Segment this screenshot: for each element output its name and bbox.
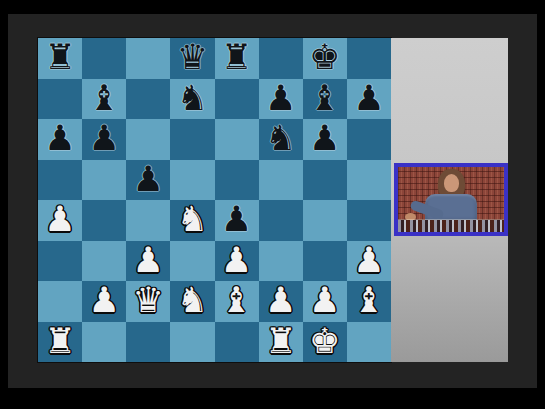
square-c2[interactable]: ♛ bbox=[126, 281, 170, 322]
piece-white-queen: ♛ bbox=[133, 281, 164, 320]
square-h1[interactable] bbox=[347, 322, 391, 363]
square-b4[interactable] bbox=[82, 200, 126, 241]
presenter-video bbox=[394, 163, 508, 236]
square-c3[interactable]: ♟ bbox=[126, 241, 170, 282]
square-h6[interactable] bbox=[347, 119, 391, 160]
square-d2[interactable]: ♞ bbox=[170, 281, 214, 322]
piece-white-pawn: ♟ bbox=[133, 241, 164, 280]
square-h7[interactable]: ♟ bbox=[347, 79, 391, 120]
letterbox-left bbox=[0, 0, 8, 409]
square-f2[interactable]: ♟ bbox=[259, 281, 303, 322]
piece-black-pawn: ♟ bbox=[133, 160, 164, 199]
square-c8[interactable] bbox=[126, 38, 170, 79]
square-f7[interactable]: ♟ bbox=[259, 79, 303, 120]
square-e5[interactable] bbox=[215, 160, 259, 201]
piece-white-rook: ♜ bbox=[265, 322, 296, 361]
square-b6[interactable]: ♟ bbox=[82, 119, 126, 160]
square-g7[interactable]: ♝ bbox=[303, 79, 347, 120]
square-f8[interactable] bbox=[259, 38, 303, 79]
square-d3[interactable] bbox=[170, 241, 214, 282]
piece-white-pawn: ♟ bbox=[309, 281, 340, 320]
piece-black-queen: ♛ bbox=[177, 38, 208, 77]
square-h5[interactable] bbox=[347, 160, 391, 201]
square-a3[interactable] bbox=[38, 241, 82, 282]
square-d8[interactable]: ♛ bbox=[170, 38, 214, 79]
piece-white-bishop: ♝ bbox=[221, 281, 252, 320]
piece-black-rook: ♜ bbox=[44, 38, 75, 77]
piece-black-bishop: ♝ bbox=[88, 79, 119, 118]
square-h2[interactable]: ♝ bbox=[347, 281, 391, 322]
piece-white-pawn: ♟ bbox=[265, 281, 296, 320]
square-c1[interactable] bbox=[126, 322, 170, 363]
piece-white-knight: ♞ bbox=[177, 281, 208, 320]
piece-black-pawn: ♟ bbox=[265, 79, 296, 118]
square-f3[interactable] bbox=[259, 241, 303, 282]
square-d5[interactable] bbox=[170, 160, 214, 201]
square-f1[interactable]: ♜ bbox=[259, 322, 303, 363]
square-g5[interactable] bbox=[303, 160, 347, 201]
piece-black-rook: ♜ bbox=[221, 38, 252, 77]
square-h3[interactable]: ♟ bbox=[347, 241, 391, 282]
square-h8[interactable] bbox=[347, 38, 391, 79]
square-g8[interactable]: ♚ bbox=[303, 38, 347, 79]
square-f5[interactable] bbox=[259, 160, 303, 201]
square-c6[interactable] bbox=[126, 119, 170, 160]
piece-white-pawn: ♟ bbox=[353, 241, 384, 280]
square-a7[interactable] bbox=[38, 79, 82, 120]
square-d6[interactable] bbox=[170, 119, 214, 160]
square-b7[interactable]: ♝ bbox=[82, 79, 126, 120]
square-b3[interactable] bbox=[82, 241, 126, 282]
piece-white-pawn: ♟ bbox=[88, 281, 119, 320]
chess-pieces-strip bbox=[398, 220, 504, 232]
video-frame: ♜♛♜♚♝♞♟♝♟♟♟♞♟♟♟♞♟♟♟♟♟♛♞♝♟♟♝♜♜♚ bbox=[0, 0, 545, 409]
square-g1[interactable]: ♚ bbox=[303, 322, 347, 363]
piece-black-king: ♚ bbox=[309, 38, 340, 77]
square-c4[interactable] bbox=[126, 200, 170, 241]
square-e8[interactable]: ♜ bbox=[215, 38, 259, 79]
piece-white-king: ♚ bbox=[309, 322, 340, 361]
square-e6[interactable] bbox=[215, 119, 259, 160]
presenter-face bbox=[444, 174, 459, 192]
square-f6[interactable]: ♞ bbox=[259, 119, 303, 160]
piece-black-pawn: ♟ bbox=[309, 119, 340, 158]
letterbox-right bbox=[537, 0, 545, 409]
piece-white-rook: ♜ bbox=[44, 322, 75, 361]
square-g3[interactable] bbox=[303, 241, 347, 282]
square-f4[interactable] bbox=[259, 200, 303, 241]
square-a2[interactable] bbox=[38, 281, 82, 322]
piece-black-pawn: ♟ bbox=[353, 79, 384, 118]
square-b1[interactable] bbox=[82, 322, 126, 363]
square-e4[interactable]: ♟ bbox=[215, 200, 259, 241]
piece-black-pawn: ♟ bbox=[88, 119, 119, 158]
square-e2[interactable]: ♝ bbox=[215, 281, 259, 322]
piece-black-knight: ♞ bbox=[265, 119, 296, 158]
square-a8[interactable]: ♜ bbox=[38, 38, 82, 79]
square-a6[interactable]: ♟ bbox=[38, 119, 82, 160]
piece-black-pawn: ♟ bbox=[221, 200, 252, 239]
piece-black-bishop: ♝ bbox=[309, 79, 340, 118]
piece-white-knight: ♞ bbox=[177, 200, 208, 239]
square-h4[interactable] bbox=[347, 200, 391, 241]
square-e1[interactable] bbox=[215, 322, 259, 363]
square-b5[interactable] bbox=[82, 160, 126, 201]
square-b2[interactable]: ♟ bbox=[82, 281, 126, 322]
square-d4[interactable]: ♞ bbox=[170, 200, 214, 241]
square-g4[interactable] bbox=[303, 200, 347, 241]
square-g6[interactable]: ♟ bbox=[303, 119, 347, 160]
square-a4[interactable]: ♟ bbox=[38, 200, 82, 241]
square-d1[interactable] bbox=[170, 322, 214, 363]
square-e3[interactable]: ♟ bbox=[215, 241, 259, 282]
square-g2[interactable]: ♟ bbox=[303, 281, 347, 322]
letterbox-top bbox=[0, 0, 545, 14]
square-b8[interactable] bbox=[82, 38, 126, 79]
piece-white-pawn: ♟ bbox=[44, 200, 75, 239]
piece-black-pawn: ♟ bbox=[44, 119, 75, 158]
square-c7[interactable] bbox=[126, 79, 170, 120]
square-d7[interactable]: ♞ bbox=[170, 79, 214, 120]
piece-white-bishop: ♝ bbox=[353, 281, 384, 320]
square-e7[interactable] bbox=[215, 79, 259, 120]
piece-black-knight: ♞ bbox=[177, 79, 208, 118]
piece-white-pawn: ♟ bbox=[221, 241, 252, 280]
square-a1[interactable]: ♜ bbox=[38, 322, 82, 363]
square-a5[interactable] bbox=[38, 160, 82, 201]
letterbox-bottom bbox=[0, 388, 545, 409]
square-c5[interactable]: ♟ bbox=[126, 160, 170, 201]
chess-board: ♜♛♜♚♝♞♟♝♟♟♟♞♟♟♟♞♟♟♟♟♟♛♞♝♟♟♝♜♜♚ bbox=[38, 38, 391, 362]
